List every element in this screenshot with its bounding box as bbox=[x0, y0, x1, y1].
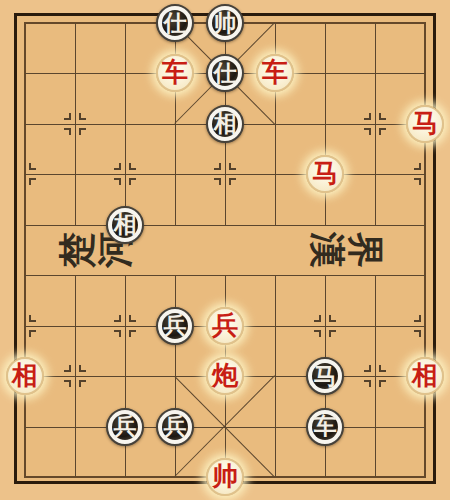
piece-red-cannon[interactable]: 炮 bbox=[206, 357, 244, 395]
point-marker bbox=[129, 330, 136, 337]
point-marker bbox=[64, 128, 71, 135]
point-marker bbox=[229, 163, 236, 170]
point-marker bbox=[214, 163, 221, 170]
point-marker bbox=[129, 315, 136, 322]
river-char: 楚 bbox=[58, 231, 96, 269]
piece-glyph: 帅 bbox=[214, 12, 237, 35]
point-marker bbox=[314, 330, 321, 337]
point-marker bbox=[364, 113, 371, 120]
point-marker bbox=[414, 315, 421, 322]
point-marker bbox=[314, 315, 321, 322]
piece-glyph: 相 bbox=[412, 363, 438, 389]
grid-vline bbox=[375, 23, 376, 225]
piece-glyph: 相 bbox=[114, 213, 137, 236]
piece-core: 帅 bbox=[212, 10, 238, 36]
grid-hline bbox=[25, 225, 425, 226]
point-marker bbox=[79, 113, 86, 120]
piece-glyph: 兵 bbox=[164, 314, 187, 337]
piece-black-chariot[interactable]: 车 bbox=[306, 408, 344, 446]
grid-vline bbox=[125, 275, 126, 477]
piece-red-general[interactable]: 帅 bbox=[206, 458, 244, 496]
point-marker bbox=[64, 365, 71, 372]
piece-black-horse[interactable]: 马 bbox=[306, 357, 344, 395]
piece-core: 仕 bbox=[162, 10, 188, 36]
point-marker bbox=[364, 128, 371, 135]
point-marker bbox=[379, 113, 386, 120]
point-marker bbox=[114, 315, 121, 322]
point-marker bbox=[229, 178, 236, 185]
piece-glyph: 马 bbox=[312, 161, 338, 187]
point-marker bbox=[79, 380, 86, 387]
piece-glyph: 马 bbox=[314, 365, 337, 388]
piece-black-elephant[interactable]: 相 bbox=[106, 206, 144, 244]
point-marker bbox=[364, 365, 371, 372]
piece-glyph: 车 bbox=[262, 60, 288, 86]
piece-glyph: 仕 bbox=[164, 12, 187, 35]
river-char: 界 bbox=[346, 231, 384, 269]
piece-glyph: 兵 bbox=[212, 313, 238, 339]
piece-glyph: 车 bbox=[314, 415, 337, 438]
point-marker bbox=[414, 178, 421, 185]
point-marker bbox=[379, 128, 386, 135]
piece-black-general[interactable]: 帅 bbox=[206, 4, 244, 42]
point-marker bbox=[414, 330, 421, 337]
grid-vline bbox=[125, 23, 126, 225]
piece-red-soldier[interactable]: 兵 bbox=[206, 307, 244, 345]
piece-core: 兵 bbox=[162, 414, 188, 440]
river-label-right: 漢界 bbox=[308, 231, 384, 269]
point-marker bbox=[329, 315, 336, 322]
piece-glyph: 相 bbox=[214, 112, 237, 135]
piece-glyph: 炮 bbox=[212, 363, 238, 389]
point-marker bbox=[29, 178, 36, 185]
piece-glyph: 帅 bbox=[212, 464, 238, 490]
point-marker bbox=[29, 315, 36, 322]
point-marker bbox=[414, 163, 421, 170]
river-char: 漢 bbox=[308, 231, 346, 269]
point-marker bbox=[379, 365, 386, 372]
piece-black-soldier[interactable]: 兵 bbox=[106, 408, 144, 446]
piece-black-elephant[interactable]: 相 bbox=[206, 105, 244, 143]
grid-vline bbox=[75, 275, 76, 477]
piece-glyph: 兵 bbox=[164, 415, 187, 438]
board-surface[interactable]: 楚河漢界仕帅车仕车相马马相兵兵相炮马相兵兵车帅 bbox=[0, 0, 450, 500]
piece-core: 相 bbox=[212, 111, 238, 137]
piece-glyph: 兵 bbox=[114, 415, 137, 438]
piece-red-horse[interactable]: 马 bbox=[406, 105, 444, 143]
point-marker bbox=[364, 380, 371, 387]
grid-vline bbox=[325, 23, 326, 225]
piece-black-soldier[interactable]: 兵 bbox=[156, 307, 194, 345]
grid-vline bbox=[75, 23, 76, 225]
piece-core: 仕 bbox=[212, 60, 238, 86]
piece-glyph: 车 bbox=[162, 60, 188, 86]
piece-core: 兵 bbox=[162, 313, 188, 339]
point-marker bbox=[114, 330, 121, 337]
piece-black-soldier[interactable]: 兵 bbox=[156, 408, 194, 446]
piece-core: 车 bbox=[312, 414, 338, 440]
point-marker bbox=[329, 330, 336, 337]
piece-glyph: 相 bbox=[12, 363, 38, 389]
point-marker bbox=[114, 163, 121, 170]
grid-vline bbox=[275, 23, 276, 225]
piece-red-elephant[interactable]: 相 bbox=[406, 357, 444, 395]
point-marker bbox=[29, 163, 36, 170]
grid-vline bbox=[175, 23, 176, 225]
point-marker bbox=[79, 365, 86, 372]
point-marker bbox=[129, 178, 136, 185]
point-marker bbox=[64, 380, 71, 387]
piece-core: 兵 bbox=[112, 414, 138, 440]
piece-glyph: 马 bbox=[412, 111, 438, 137]
piece-red-elephant[interactable]: 相 bbox=[6, 357, 44, 395]
grid-vline bbox=[375, 275, 376, 477]
piece-black-advisor[interactable]: 仕 bbox=[156, 4, 194, 42]
point-marker bbox=[379, 380, 386, 387]
point-marker bbox=[214, 178, 221, 185]
point-marker bbox=[79, 128, 86, 135]
grid-vline bbox=[275, 275, 276, 477]
point-marker bbox=[29, 330, 36, 337]
point-marker bbox=[64, 113, 71, 120]
point-marker bbox=[114, 178, 121, 185]
point-marker bbox=[129, 163, 136, 170]
piece-core: 马 bbox=[312, 363, 338, 389]
xiangqi-board: 楚河漢界仕帅车仕车相马马相兵兵相炮马相兵兵车帅 bbox=[0, 0, 450, 500]
piece-glyph: 仕 bbox=[214, 62, 237, 85]
piece-core: 相 bbox=[112, 212, 138, 238]
